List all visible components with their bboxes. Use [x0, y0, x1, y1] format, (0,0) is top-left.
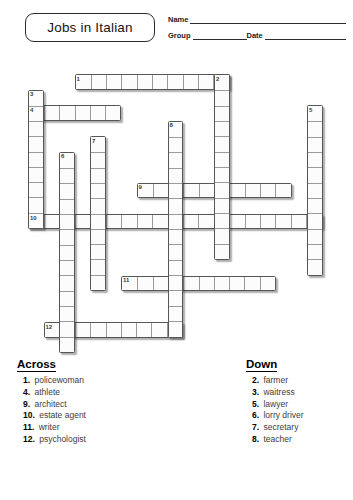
crossword-cell[interactable]: [29, 106, 43, 121]
crossword-cell[interactable]: [169, 321, 183, 336]
crossword-cell[interactable]: [308, 229, 322, 244]
crossword-cell[interactable]: [308, 137, 322, 152]
crossword-cell[interactable]: [91, 229, 105, 244]
clue-10-across: 10. estate agent: [23, 410, 86, 422]
crossword-cell[interactable]: [169, 122, 183, 137]
crossword-cell[interactable]: [260, 184, 275, 198]
crossword-cell[interactable]: [60, 214, 74, 229]
crossword-cell[interactable]: [90, 106, 105, 120]
word-3-down: [28, 90, 44, 230]
crossword-cell[interactable]: [60, 229, 74, 244]
crossword-cell[interactable]: [29, 167, 43, 182]
crossword-cell[interactable]: [169, 214, 183, 229]
date-input-line[interactable]: [265, 38, 346, 40]
crossword-cell[interactable]: [29, 182, 43, 197]
crossword-cell[interactable]: [308, 121, 322, 136]
crossword-cell[interactable]: [199, 184, 214, 198]
clue-5-down: 5. lawyer: [252, 399, 304, 411]
crossword-cell[interactable]: [169, 198, 183, 213]
name-input-line[interactable]: [190, 22, 346, 24]
crossword-cell[interactable]: [137, 75, 152, 89]
across-clue-list: 1. policewoman4. athlete9. architect10. …: [23, 375, 86, 446]
clue-6-down: 6. lorry driver: [252, 410, 304, 422]
crossword-cell[interactable]: [215, 75, 229, 90]
crossword-cell[interactable]: [260, 277, 275, 291]
crossword-cell[interactable]: [121, 215, 136, 229]
word-2-down: [214, 74, 230, 260]
clue-1-across: 1. policewoman: [23, 375, 86, 387]
crossword-cell[interactable]: [75, 215, 90, 229]
word-11-across: [121, 276, 276, 292]
word-1-across: [75, 74, 230, 90]
clue-4-across: 4. athlete: [23, 387, 86, 399]
crossword-cell[interactable]: [137, 215, 152, 229]
clue-9-across: 9. architect: [23, 399, 86, 411]
crossword-cell[interactable]: [60, 291, 74, 306]
crossword-cell[interactable]: [91, 168, 105, 183]
name-field-row: Name: [168, 15, 346, 24]
crossword-cell[interactable]: [308, 244, 322, 259]
crossword-cell[interactable]: [60, 260, 74, 275]
crossword-cell[interactable]: [91, 75, 106, 89]
crossword-cell[interactable]: [152, 215, 167, 229]
crossword-cell[interactable]: [199, 277, 214, 291]
clue-8-down: 8. teacher: [252, 434, 304, 446]
crossword-cell[interactable]: [91, 259, 105, 274]
crossword-cell[interactable]: [183, 277, 198, 291]
page-title: Jobs in Italian: [47, 20, 133, 35]
crossword-cell[interactable]: [291, 215, 306, 229]
crossword-cell[interactable]: [44, 106, 59, 120]
word-7-down: [90, 136, 106, 291]
crossword-cell[interactable]: [198, 215, 213, 229]
crossword-cell[interactable]: [169, 137, 183, 152]
crossword-cell[interactable]: [91, 198, 105, 213]
clue-2-down: 2. farmer: [252, 375, 304, 387]
crossword-cell[interactable]: [215, 106, 229, 121]
crossword-cell[interactable]: [60, 306, 74, 321]
crossword-cell[interactable]: [91, 137, 105, 152]
crossword-cell[interactable]: [91, 183, 105, 198]
crossword-cell[interactable]: [44, 215, 59, 229]
crossword-cell[interactable]: [245, 184, 260, 198]
crossword-cell[interactable]: [215, 136, 229, 151]
crossword-cell[interactable]: [60, 245, 74, 260]
crossword-cell[interactable]: [215, 152, 229, 167]
crossword-cell[interactable]: [308, 183, 322, 198]
crossword-cell[interactable]: [152, 75, 167, 89]
crossword-cell[interactable]: [215, 90, 229, 105]
down-heading: Down: [246, 358, 277, 372]
date-label: Date: [247, 31, 263, 40]
crossword-cell[interactable]: [59, 106, 74, 120]
crossword-cell[interactable]: [169, 168, 183, 183]
name-label: Name: [168, 15, 188, 24]
group-label: Group: [168, 31, 191, 40]
crossword-cell[interactable]: [215, 182, 229, 197]
crossword-cell[interactable]: [215, 167, 229, 182]
crossword-cell[interactable]: [229, 277, 244, 291]
crossword-cell[interactable]: [215, 121, 229, 136]
crossword-cell[interactable]: [121, 75, 136, 89]
crossword-cell[interactable]: [60, 275, 74, 290]
crossword-cell[interactable]: [138, 184, 153, 198]
crossword-cell[interactable]: [75, 106, 90, 120]
crossword-cell[interactable]: [29, 91, 43, 106]
crossword-cell[interactable]: [153, 277, 168, 291]
crossword-cell[interactable]: [153, 184, 168, 198]
crossword-cell[interactable]: [75, 323, 90, 337]
crossword-cell[interactable]: [29, 152, 43, 167]
word-5-down: [307, 105, 323, 276]
group-input-line[interactable]: [193, 38, 247, 40]
crossword-cell[interactable]: [60, 168, 74, 183]
crossword-cell[interactable]: [229, 184, 244, 198]
crossword-cell[interactable]: [275, 184, 290, 198]
crossword-cell[interactable]: [121, 323, 136, 337]
crossword-cell[interactable]: [308, 106, 322, 121]
word-8-down: [168, 121, 184, 338]
crossword-cell[interactable]: [169, 275, 183, 290]
crossword-cell[interactable]: [90, 323, 105, 337]
crossword-cell[interactable]: [215, 228, 229, 243]
crossword-cell[interactable]: [183, 215, 198, 229]
crossword-cell[interactable]: [45, 323, 60, 337]
crossword-cell[interactable]: [215, 198, 229, 213]
crossword-cell[interactable]: [215, 213, 229, 228]
crossword-cell[interactable]: [167, 75, 182, 89]
crossword-cell[interactable]: [275, 215, 290, 229]
crossword-cell[interactable]: [215, 244, 229, 259]
worksheet-page: Jobs in Italian Name Group Date 12345678…: [0, 0, 353, 500]
crossword-cell[interactable]: [60, 321, 74, 336]
crossword-cell[interactable]: [60, 153, 74, 168]
crossword-cell[interactable]: [151, 323, 166, 337]
crossword-cell[interactable]: [308, 259, 322, 274]
title-box: Jobs in Italian: [25, 13, 155, 42]
down-clue-list: 2. farmer3. waitress5. lawyer6. lorry dr…: [252, 375, 304, 446]
crossword-cell[interactable]: [308, 152, 322, 167]
crossword-cell[interactable]: [106, 215, 121, 229]
crossword-cell[interactable]: [308, 167, 322, 182]
crossword-cell[interactable]: [76, 75, 91, 89]
crossword-grid: [28, 74, 323, 353]
crossword-cell[interactable]: [169, 183, 183, 198]
group-date-row: Group Date: [168, 31, 346, 40]
crossword-cell[interactable]: [169, 229, 183, 244]
crossword-cell[interactable]: [214, 277, 229, 291]
crossword-cell[interactable]: [29, 136, 43, 151]
crossword-cell[interactable]: [105, 106, 120, 120]
crossword-cell[interactable]: [169, 260, 183, 275]
clue-7-down: 7. secretary: [252, 422, 304, 434]
word-6-down: [59, 152, 75, 354]
crossword-cell[interactable]: [91, 275, 105, 290]
crossword-cell[interactable]: [91, 244, 105, 259]
crossword-cell[interactable]: [260, 215, 275, 229]
crossword-cell[interactable]: [308, 198, 322, 213]
crossword-cell[interactable]: [106, 75, 121, 89]
crossword-cell[interactable]: [244, 277, 259, 291]
crossword-cell[interactable]: [169, 152, 183, 167]
crossword-cell[interactable]: [169, 290, 183, 305]
crossword-cell[interactable]: [308, 213, 322, 228]
crossword-cell[interactable]: [91, 214, 105, 229]
clue-12-across: 12. psychologist: [23, 434, 86, 446]
crossword-cell[interactable]: [29, 121, 43, 136]
crossword-cell[interactable]: [169, 244, 183, 259]
clue-11-across: 11. writer: [23, 422, 86, 434]
crossword-cell[interactable]: [29, 197, 43, 212]
crossword-cell[interactable]: [60, 337, 74, 352]
crossword-cell[interactable]: [60, 183, 74, 198]
crossword-cell[interactable]: [245, 215, 260, 229]
crossword-cell[interactable]: [91, 152, 105, 167]
crossword-cell[interactable]: [183, 75, 198, 89]
clue-3-down: 3. waitress: [252, 387, 304, 399]
crossword-cell[interactable]: [137, 277, 152, 291]
crossword-cell[interactable]: [60, 199, 74, 214]
crossword-cell[interactable]: [136, 323, 151, 337]
crossword-cell[interactable]: [169, 306, 183, 321]
crossword-cell[interactable]: [198, 75, 213, 89]
crossword-cell[interactable]: [122, 277, 137, 291]
crossword-cell[interactable]: [106, 323, 121, 337]
crossword-cell[interactable]: [183, 184, 198, 198]
crossword-cell[interactable]: [229, 215, 244, 229]
crossword-cell[interactable]: [29, 213, 43, 228]
across-heading: Across: [17, 358, 56, 372]
